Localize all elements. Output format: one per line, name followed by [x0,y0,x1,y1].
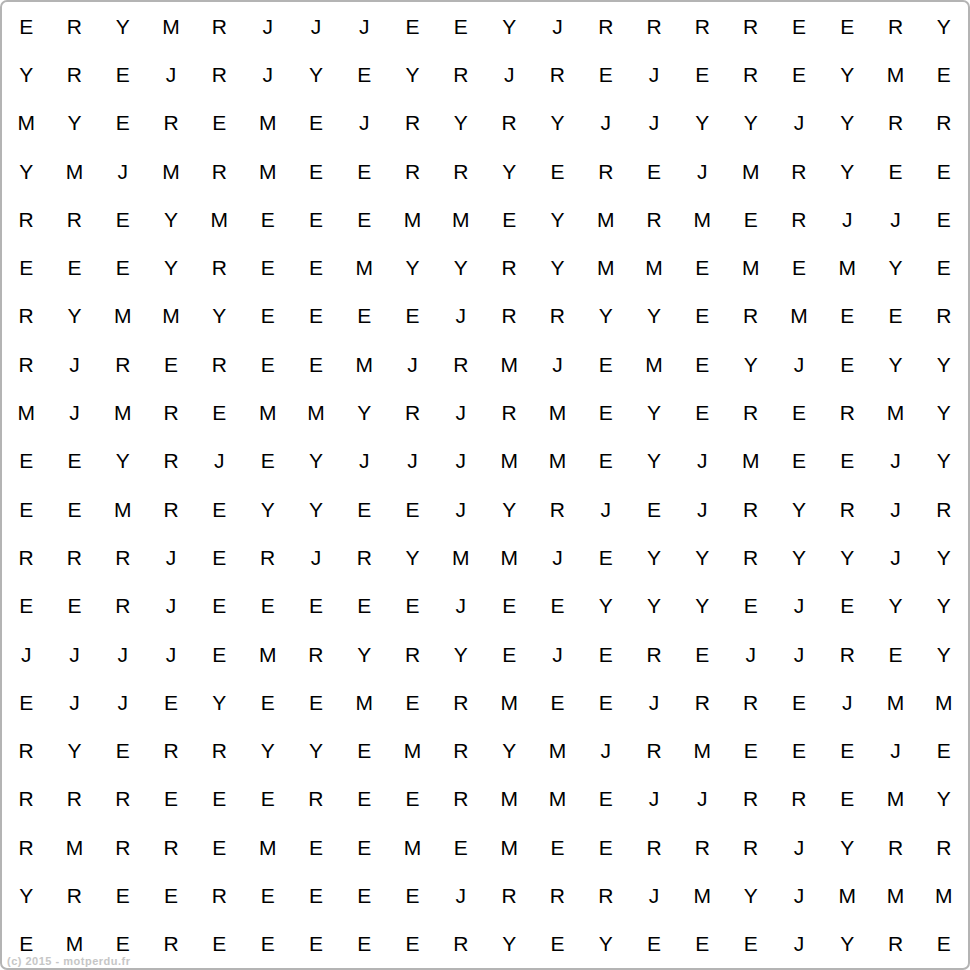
letter-cell-r17c17[interactable]: R [775,775,823,823]
letter-cell-r9c1[interactable]: M [2,388,50,436]
letter-cell-r2c20[interactable]: E [920,50,968,98]
letter-cell-r15c2[interactable]: J [50,678,98,726]
letter-cell-r18c3[interactable]: R [99,823,147,871]
letter-cell-r8c16[interactable]: Y [726,340,774,388]
letter-cell-r18c14[interactable]: R [630,823,678,871]
letter-cell-r19c18[interactable]: M [823,871,871,919]
letter-cell-r20c20[interactable]: E [920,920,968,968]
letter-cell-r17c10[interactable]: R [437,775,485,823]
letter-cell-r8c13[interactable]: E [582,340,630,388]
letter-cell-r7c15[interactable]: E [678,292,726,340]
letter-cell-r4c18[interactable]: Y [823,147,871,195]
letter-cell-r10c19[interactable]: J [871,437,919,485]
letter-cell-r1c5[interactable]: R [195,2,243,50]
letter-cell-r19c16[interactable]: Y [726,871,774,919]
letter-cell-r10c20[interactable]: Y [920,437,968,485]
letter-cell-r5c6[interactable]: E [243,195,291,243]
letter-cell-r14c17[interactable]: J [775,630,823,678]
letter-cell-r11c11[interactable]: Y [485,485,533,533]
letter-cell-r6c15[interactable]: E [678,243,726,291]
letter-cell-r14c7[interactable]: R [292,630,340,678]
letter-cell-r10c5[interactable]: J [195,437,243,485]
letter-cell-r17c9[interactable]: E [388,775,436,823]
letter-cell-r6c1[interactable]: E [2,243,50,291]
letter-cell-r13c1[interactable]: E [2,582,50,630]
letter-cell-r14c8[interactable]: Y [340,630,388,678]
letter-cell-r16c11[interactable]: Y [485,726,533,774]
letter-cell-r17c18[interactable]: E [823,775,871,823]
letter-cell-r10c4[interactable]: R [147,437,195,485]
letter-cell-r20c10[interactable]: R [437,920,485,968]
letter-cell-r7c2[interactable]: Y [50,292,98,340]
letter-cell-r3c12[interactable]: Y [533,99,581,147]
letter-cell-r1c2[interactable]: R [50,2,98,50]
letter-cell-r7c18[interactable]: E [823,292,871,340]
letter-cell-r15c19[interactable]: M [871,678,919,726]
letter-cell-r10c3[interactable]: Y [99,437,147,485]
letter-cell-r18c19[interactable]: R [871,823,919,871]
letter-cell-r10c1[interactable]: E [2,437,50,485]
letter-cell-r15c15[interactable]: R [678,678,726,726]
letter-cell-r14c3[interactable]: J [99,630,147,678]
letter-cell-r19c7[interactable]: E [292,871,340,919]
letter-cell-r10c18[interactable]: E [823,437,871,485]
letter-cell-r11c9[interactable]: E [388,485,436,533]
letter-cell-r13c7[interactable]: E [292,582,340,630]
letter-cell-r4c6[interactable]: M [243,147,291,195]
letter-cell-r5c8[interactable]: E [340,195,388,243]
letter-cell-r7c17[interactable]: M [775,292,823,340]
letter-cell-r15c8[interactable]: M [340,678,388,726]
letter-cell-r3c4[interactable]: R [147,99,195,147]
letter-cell-r10c11[interactable]: M [485,437,533,485]
letter-cell-r3c13[interactable]: J [582,99,630,147]
letter-cell-r8c4[interactable]: E [147,340,195,388]
letter-cell-r3c14[interactable]: J [630,99,678,147]
letter-cell-r10c17[interactable]: E [775,437,823,485]
letter-cell-r18c2[interactable]: M [50,823,98,871]
letter-cell-r9c20[interactable]: Y [920,388,968,436]
letter-cell-r12c18[interactable]: Y [823,533,871,581]
letter-cell-r5c16[interactable]: E [726,195,774,243]
letter-cell-r1c13[interactable]: R [582,2,630,50]
letter-cell-r2c11[interactable]: J [485,50,533,98]
letter-cell-r16c14[interactable]: R [630,726,678,774]
letter-cell-r17c16[interactable]: R [726,775,774,823]
letter-cell-r16c17[interactable]: E [775,726,823,774]
letter-cell-r15c11[interactable]: M [485,678,533,726]
letter-cell-r19c1[interactable]: Y [2,871,50,919]
letter-cell-r9c19[interactable]: M [871,388,919,436]
letter-cell-r6c7[interactable]: E [292,243,340,291]
letter-cell-r7c7[interactable]: E [292,292,340,340]
letter-cell-r19c14[interactable]: J [630,871,678,919]
letter-cell-r15c12[interactable]: E [533,678,581,726]
letter-cell-r20c8[interactable]: E [340,920,388,968]
letter-cell-r2c9[interactable]: Y [388,50,436,98]
letter-cell-r2c7[interactable]: Y [292,50,340,98]
letter-cell-r12c12[interactable]: J [533,533,581,581]
letter-cell-r20c6[interactable]: E [243,920,291,968]
letter-cell-r7c12[interactable]: R [533,292,581,340]
letter-cell-r11c10[interactable]: J [437,485,485,533]
letter-cell-r20c13[interactable]: Y [582,920,630,968]
letter-cell-r5c9[interactable]: M [388,195,436,243]
letter-cell-r20c18[interactable]: Y [823,920,871,968]
letter-cell-r7c19[interactable]: E [871,292,919,340]
letter-cell-r18c4[interactable]: R [147,823,195,871]
letter-cell-r6c20[interactable]: E [920,243,968,291]
letter-cell-r7c5[interactable]: Y [195,292,243,340]
letter-cell-r14c6[interactable]: M [243,630,291,678]
letter-cell-r1c20[interactable]: Y [920,2,968,50]
letter-cell-r17c5[interactable]: E [195,775,243,823]
letter-cell-r7c3[interactable]: M [99,292,147,340]
letter-cell-r18c13[interactable]: E [582,823,630,871]
letter-cell-r17c4[interactable]: E [147,775,195,823]
letter-cell-r9c7[interactable]: M [292,388,340,436]
letter-cell-r9c11[interactable]: R [485,388,533,436]
letter-cell-r7c1[interactable]: R [2,292,50,340]
letter-cell-r18c5[interactable]: E [195,823,243,871]
letter-cell-r18c10[interactable]: E [437,823,485,871]
letter-cell-r11c4[interactable]: R [147,485,195,533]
letter-cell-r13c13[interactable]: Y [582,582,630,630]
letter-cell-r4c12[interactable]: E [533,147,581,195]
letter-cell-r1c8[interactable]: J [340,2,388,50]
letter-cell-r13c5[interactable]: E [195,582,243,630]
letter-cell-r2c6[interactable]: J [243,50,291,98]
letter-cell-r2c2[interactable]: R [50,50,98,98]
letter-cell-r1c12[interactable]: J [533,2,581,50]
letter-cell-r8c3[interactable]: R [99,340,147,388]
letter-cell-r3c7[interactable]: E [292,99,340,147]
letter-cell-r14c5[interactable]: E [195,630,243,678]
letter-cell-r4c13[interactable]: R [582,147,630,195]
letter-cell-r9c17[interactable]: E [775,388,823,436]
letter-cell-r2c19[interactable]: M [871,50,919,98]
letter-cell-r16c3[interactable]: E [99,726,147,774]
letter-cell-r11c13[interactable]: J [582,485,630,533]
letter-cell-r9c2[interactable]: J [50,388,98,436]
letter-cell-r14c12[interactable]: J [533,630,581,678]
letter-cell-r6c9[interactable]: Y [388,243,436,291]
letter-cell-r8c2[interactable]: J [50,340,98,388]
letter-cell-r16c10[interactable]: R [437,726,485,774]
letter-cell-r5c10[interactable]: M [437,195,485,243]
letter-cell-r8c17[interactable]: J [775,340,823,388]
letter-cell-r20c19[interactable]: R [871,920,919,968]
letter-cell-r13c10[interactable]: J [437,582,485,630]
letter-cell-r2c16[interactable]: R [726,50,774,98]
letter-cell-r2c17[interactable]: E [775,50,823,98]
letter-cell-r11c19[interactable]: J [871,485,919,533]
letter-cell-r6c5[interactable]: R [195,243,243,291]
letter-cell-r18c9[interactable]: M [388,823,436,871]
letter-cell-r2c10[interactable]: R [437,50,485,98]
letter-cell-r14c14[interactable]: R [630,630,678,678]
letter-cell-r6c10[interactable]: Y [437,243,485,291]
letter-cell-r2c8[interactable]: E [340,50,388,98]
letter-cell-r1c16[interactable]: R [726,2,774,50]
letter-cell-r17c6[interactable]: E [243,775,291,823]
letter-cell-r18c18[interactable]: Y [823,823,871,871]
letter-cell-r16c4[interactable]: R [147,726,195,774]
letter-cell-r12c7[interactable]: J [292,533,340,581]
letter-cell-r4c1[interactable]: Y [2,147,50,195]
letter-cell-r9c8[interactable]: Y [340,388,388,436]
letter-cell-r16c19[interactable]: J [871,726,919,774]
letter-cell-r19c5[interactable]: R [195,871,243,919]
letter-cell-r4c4[interactable]: M [147,147,195,195]
letter-cell-r4c2[interactable]: M [50,147,98,195]
letter-cell-r8c18[interactable]: E [823,340,871,388]
letter-cell-r14c19[interactable]: E [871,630,919,678]
letter-cell-r19c10[interactable]: J [437,871,485,919]
letter-cell-r5c20[interactable]: E [920,195,968,243]
letter-cell-r13c12[interactable]: E [533,582,581,630]
letter-cell-r10c16[interactable]: M [726,437,774,485]
letter-cell-r15c18[interactable]: J [823,678,871,726]
letter-cell-r13c3[interactable]: R [99,582,147,630]
letter-cell-r20c9[interactable]: E [388,920,436,968]
letter-cell-r5c7[interactable]: E [292,195,340,243]
letter-cell-r19c8[interactable]: E [340,871,388,919]
letter-cell-r16c1[interactable]: R [2,726,50,774]
letter-cell-r12c8[interactable]: R [340,533,388,581]
letter-cell-r19c17[interactable]: J [775,871,823,919]
letter-cell-r16c18[interactable]: E [823,726,871,774]
letter-cell-r12c2[interactable]: R [50,533,98,581]
letter-cell-r13c19[interactable]: Y [871,582,919,630]
letter-cell-r17c12[interactable]: M [533,775,581,823]
letter-cell-r15c10[interactable]: R [437,678,485,726]
letter-cell-r13c9[interactable]: E [388,582,436,630]
letter-cell-r8c12[interactable]: J [533,340,581,388]
letter-cell-r11c17[interactable]: Y [775,485,823,533]
letter-cell-r15c17[interactable]: E [775,678,823,726]
letter-cell-r15c5[interactable]: Y [195,678,243,726]
letter-cell-r11c18[interactable]: R [823,485,871,533]
letter-cell-r11c6[interactable]: Y [243,485,291,533]
letter-cell-r15c4[interactable]: E [147,678,195,726]
letter-cell-r17c8[interactable]: E [340,775,388,823]
letter-cell-r4c8[interactable]: E [340,147,388,195]
letter-cell-r2c5[interactable]: R [195,50,243,98]
letter-cell-r20c12[interactable]: E [533,920,581,968]
letter-cell-r15c13[interactable]: E [582,678,630,726]
letter-cell-r8c11[interactable]: M [485,340,533,388]
letter-cell-r10c14[interactable]: Y [630,437,678,485]
letter-cell-r13c20[interactable]: Y [920,582,968,630]
letter-cell-r15c14[interactable]: J [630,678,678,726]
letter-cell-r15c9[interactable]: E [388,678,436,726]
letter-cell-r7c13[interactable]: Y [582,292,630,340]
letter-cell-r16c8[interactable]: E [340,726,388,774]
letter-cell-r10c7[interactable]: Y [292,437,340,485]
letter-cell-r9c14[interactable]: Y [630,388,678,436]
letter-cell-r2c4[interactable]: J [147,50,195,98]
letter-cell-r17c2[interactable]: R [50,775,98,823]
letter-cell-r4c10[interactable]: R [437,147,485,195]
letter-cell-r19c19[interactable]: M [871,871,919,919]
letter-cell-r6c14[interactable]: M [630,243,678,291]
letter-cell-r2c13[interactable]: E [582,50,630,98]
letter-cell-r3c17[interactable]: J [775,99,823,147]
letter-cell-r1c17[interactable]: E [775,2,823,50]
letter-cell-r5c17[interactable]: R [775,195,823,243]
letter-cell-r8c10[interactable]: R [437,340,485,388]
letter-cell-r16c7[interactable]: Y [292,726,340,774]
letter-cell-r2c3[interactable]: E [99,50,147,98]
letter-cell-r18c8[interactable]: E [340,823,388,871]
letter-cell-r8c15[interactable]: E [678,340,726,388]
letter-cell-r17c13[interactable]: E [582,775,630,823]
letter-cell-r3c2[interactable]: Y [50,99,98,147]
letter-cell-r4c5[interactable]: R [195,147,243,195]
letter-cell-r17c3[interactable]: R [99,775,147,823]
letter-cell-r2c18[interactable]: Y [823,50,871,98]
letter-cell-r16c15[interactable]: M [678,726,726,774]
letter-cell-r7c11[interactable]: R [485,292,533,340]
letter-cell-r7c16[interactable]: R [726,292,774,340]
letter-cell-r5c1[interactable]: R [2,195,50,243]
letter-cell-r5c15[interactable]: M [678,195,726,243]
letter-cell-r12c4[interactable]: J [147,533,195,581]
letter-cell-r14c15[interactable]: E [678,630,726,678]
letter-cell-r15c20[interactable]: M [920,678,968,726]
letter-cell-r13c16[interactable]: E [726,582,774,630]
letter-cell-r13c2[interactable]: E [50,582,98,630]
letter-cell-r14c16[interactable]: J [726,630,774,678]
letter-cell-r1c9[interactable]: E [388,2,436,50]
letter-cell-r20c14[interactable]: E [630,920,678,968]
letter-cell-r10c12[interactable]: M [533,437,581,485]
letter-cell-r11c15[interactable]: J [678,485,726,533]
letter-cell-r8c20[interactable]: Y [920,340,968,388]
letter-cell-r4c7[interactable]: E [292,147,340,195]
letter-cell-r10c2[interactable]: E [50,437,98,485]
letter-cell-r17c15[interactable]: J [678,775,726,823]
letter-cell-r19c20[interactable]: M [920,871,968,919]
letter-cell-r6c4[interactable]: Y [147,243,195,291]
letter-cell-r6c2[interactable]: E [50,243,98,291]
letter-cell-r9c3[interactable]: M [99,388,147,436]
letter-cell-r18c7[interactable]: E [292,823,340,871]
letter-cell-r12c6[interactable]: R [243,533,291,581]
letter-cell-r12c15[interactable]: Y [678,533,726,581]
letter-cell-r6c19[interactable]: Y [871,243,919,291]
letter-cell-r10c9[interactable]: J [388,437,436,485]
letter-cell-r16c20[interactable]: E [920,726,968,774]
letter-cell-r3c6[interactable]: M [243,99,291,147]
letter-cell-r1c15[interactable]: R [678,2,726,50]
letter-cell-r19c15[interactable]: M [678,871,726,919]
letter-cell-r6c17[interactable]: E [775,243,823,291]
letter-cell-r16c6[interactable]: Y [243,726,291,774]
letter-cell-r3c18[interactable]: Y [823,99,871,147]
letter-cell-r2c15[interactable]: E [678,50,726,98]
letter-cell-r8c1[interactable]: R [2,340,50,388]
letter-cell-r9c6[interactable]: M [243,388,291,436]
letter-cell-r19c4[interactable]: E [147,871,195,919]
letter-cell-r12c13[interactable]: E [582,533,630,581]
letter-cell-r17c7[interactable]: R [292,775,340,823]
letter-cell-r19c11[interactable]: R [485,871,533,919]
letter-cell-r1c14[interactable]: R [630,2,678,50]
letter-cell-r20c16[interactable]: E [726,920,774,968]
letter-cell-r6c16[interactable]: M [726,243,774,291]
letter-cell-r18c1[interactable]: R [2,823,50,871]
letter-cell-r4c15[interactable]: J [678,147,726,195]
letter-cell-r14c20[interactable]: Y [920,630,968,678]
letter-cell-r7c14[interactable]: Y [630,292,678,340]
letter-cell-r7c4[interactable]: M [147,292,195,340]
letter-cell-r6c8[interactable]: M [340,243,388,291]
letter-cell-r11c5[interactable]: E [195,485,243,533]
letter-cell-r20c15[interactable]: E [678,920,726,968]
letter-cell-r9c18[interactable]: R [823,388,871,436]
letter-cell-r14c13[interactable]: E [582,630,630,678]
letter-cell-r10c8[interactable]: J [340,437,388,485]
letter-cell-r6c12[interactable]: Y [533,243,581,291]
letter-cell-r14c1[interactable]: J [2,630,50,678]
letter-cell-r15c16[interactable]: R [726,678,774,726]
letter-cell-r9c10[interactable]: J [437,388,485,436]
letter-cell-r15c7[interactable]: E [292,678,340,726]
letter-cell-r7c6[interactable]: E [243,292,291,340]
letter-cell-r3c8[interactable]: J [340,99,388,147]
letter-cell-r3c5[interactable]: E [195,99,243,147]
letter-cell-r3c1[interactable]: M [2,99,50,147]
letter-cell-r14c2[interactable]: J [50,630,98,678]
letter-cell-r9c5[interactable]: E [195,388,243,436]
letter-cell-r12c17[interactable]: Y [775,533,823,581]
letter-cell-r18c6[interactable]: M [243,823,291,871]
letter-cell-r17c19[interactable]: M [871,775,919,823]
letter-cell-r4c17[interactable]: R [775,147,823,195]
letter-cell-r16c9[interactable]: M [388,726,436,774]
letter-cell-r1c7[interactable]: J [292,2,340,50]
letter-cell-r14c11[interactable]: E [485,630,533,678]
letter-cell-r5c13[interactable]: M [582,195,630,243]
letter-cell-r7c9[interactable]: E [388,292,436,340]
letter-cell-r5c2[interactable]: R [50,195,98,243]
letter-cell-r8c14[interactable]: M [630,340,678,388]
letter-cell-r16c13[interactable]: J [582,726,630,774]
letter-cell-r16c12[interactable]: M [533,726,581,774]
letter-cell-r20c17[interactable]: J [775,920,823,968]
letter-cell-r13c14[interactable]: Y [630,582,678,630]
letter-cell-r11c3[interactable]: M [99,485,147,533]
letter-cell-r12c10[interactable]: M [437,533,485,581]
letter-cell-r1c1[interactable]: E [2,2,50,50]
letter-cell-r10c13[interactable]: E [582,437,630,485]
letter-cell-r18c11[interactable]: M [485,823,533,871]
letter-cell-r19c9[interactable]: E [388,871,436,919]
letter-cell-r18c20[interactable]: R [920,823,968,871]
letter-cell-r11c8[interactable]: E [340,485,388,533]
letter-cell-r3c11[interactable]: R [485,99,533,147]
letter-cell-r6c18[interactable]: M [823,243,871,291]
letter-cell-r5c3[interactable]: E [99,195,147,243]
letter-cell-r6c11[interactable]: R [485,243,533,291]
letter-cell-r3c15[interactable]: Y [678,99,726,147]
letter-cell-r10c6[interactable]: E [243,437,291,485]
letter-cell-r12c5[interactable]: E [195,533,243,581]
letter-cell-r4c20[interactable]: E [920,147,968,195]
letter-cell-r9c15[interactable]: E [678,388,726,436]
